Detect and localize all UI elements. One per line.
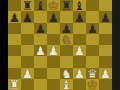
square-e8[interactable]: ♜: [60, 0, 73, 11]
square-b7[interactable]: ♟: [21, 11, 34, 22]
square-h7[interactable]: ♟: [99, 11, 112, 22]
square-d4[interactable]: ♟: [47, 45, 60, 56]
square-c6[interactable]: ♟: [34, 23, 47, 34]
square-b3[interactable]: [21, 56, 34, 67]
square-g2[interactable]: ♛: [86, 68, 99, 79]
square-d1[interactable]: [47, 79, 60, 90]
piece-bishop-e1: ♝: [60, 78, 73, 90]
square-f7[interactable]: ♟: [73, 11, 86, 22]
square-e6[interactable]: ♟: [60, 23, 73, 34]
square-h1[interactable]: [99, 79, 112, 90]
square-f1[interactable]: [73, 79, 86, 90]
square-f8[interactable]: ♝: [73, 0, 86, 11]
piece-white-king-g1: ♚: [86, 78, 99, 90]
square-h8[interactable]: [99, 0, 112, 11]
square-a7[interactable]: ♟: [8, 11, 21, 22]
piece-rook-a1: ♜: [8, 78, 21, 90]
square-c5[interactable]: [34, 34, 47, 45]
square-h5[interactable]: [99, 34, 112, 45]
square-e4[interactable]: [60, 45, 73, 56]
square-g8[interactable]: [86, 0, 99, 11]
square-a2[interactable]: [8, 68, 21, 79]
square-g6[interactable]: ♟: [86, 23, 99, 34]
square-e5[interactable]: ♞: [60, 34, 73, 45]
square-a6[interactable]: [8, 23, 21, 34]
square-f6[interactable]: [73, 23, 86, 34]
square-g5[interactable]: [86, 34, 99, 45]
square-h3[interactable]: [99, 56, 112, 67]
square-e3[interactable]: [60, 56, 73, 67]
square-h4[interactable]: [99, 45, 112, 56]
square-c8[interactable]: ♝: [34, 0, 47, 11]
square-f2[interactable]: ♟: [73, 68, 86, 79]
square-f5[interactable]: [73, 34, 86, 45]
square-d3[interactable]: [47, 56, 60, 67]
square-a4[interactable]: [8, 45, 21, 56]
square-a5[interactable]: [8, 34, 21, 45]
square-c1[interactable]: [34, 79, 47, 90]
square-e1[interactable]: ♝: [60, 79, 73, 90]
square-g4[interactable]: [86, 45, 99, 56]
square-d5[interactable]: [47, 34, 60, 45]
square-g1[interactable]: ♚: [86, 79, 99, 90]
right-black-border: [112, 0, 120, 90]
square-c2[interactable]: [34, 68, 47, 79]
square-e2[interactable]: ♞: [60, 68, 73, 79]
square-c4[interactable]: ♟: [34, 45, 47, 56]
square-b4[interactable]: [21, 45, 34, 56]
square-b2[interactable]: ♟: [21, 68, 34, 79]
square-b5[interactable]: [21, 34, 34, 45]
square-d7[interactable]: ♟: [47, 11, 60, 22]
left-black-border: [0, 0, 8, 90]
square-c7[interactable]: [34, 11, 47, 22]
square-b8[interactable]: ♜: [21, 0, 34, 11]
chess-board[interactable]: ♜♝♚♜♝♟♟♟♟♟♟♟♟♞♟♟♟♟♞♟♛♟♜♝♚: [8, 0, 112, 90]
square-a1[interactable]: ♜: [8, 79, 21, 90]
square-g3[interactable]: [86, 56, 99, 67]
square-e7[interactable]: [60, 11, 73, 22]
game-screen: ♜♝♚♜♝♟♟♟♟♟♟♟♟♞♟♟♟♟♞♟♛♟♜♝♚: [0, 0, 120, 90]
square-a8[interactable]: [8, 0, 21, 11]
square-g7[interactable]: [86, 11, 99, 22]
square-d2[interactable]: [47, 68, 60, 79]
square-f4[interactable]: ♟: [73, 45, 86, 56]
square-f3[interactable]: [73, 56, 86, 67]
square-h2[interactable]: ♟: [99, 68, 112, 79]
square-c3[interactable]: [34, 56, 47, 67]
square-h6[interactable]: [99, 23, 112, 34]
square-d6[interactable]: [47, 23, 60, 34]
square-a3[interactable]: [8, 56, 21, 67]
square-d8[interactable]: ♚: [47, 0, 60, 11]
square-b6[interactable]: [21, 23, 34, 34]
square-b1[interactable]: [21, 79, 34, 90]
